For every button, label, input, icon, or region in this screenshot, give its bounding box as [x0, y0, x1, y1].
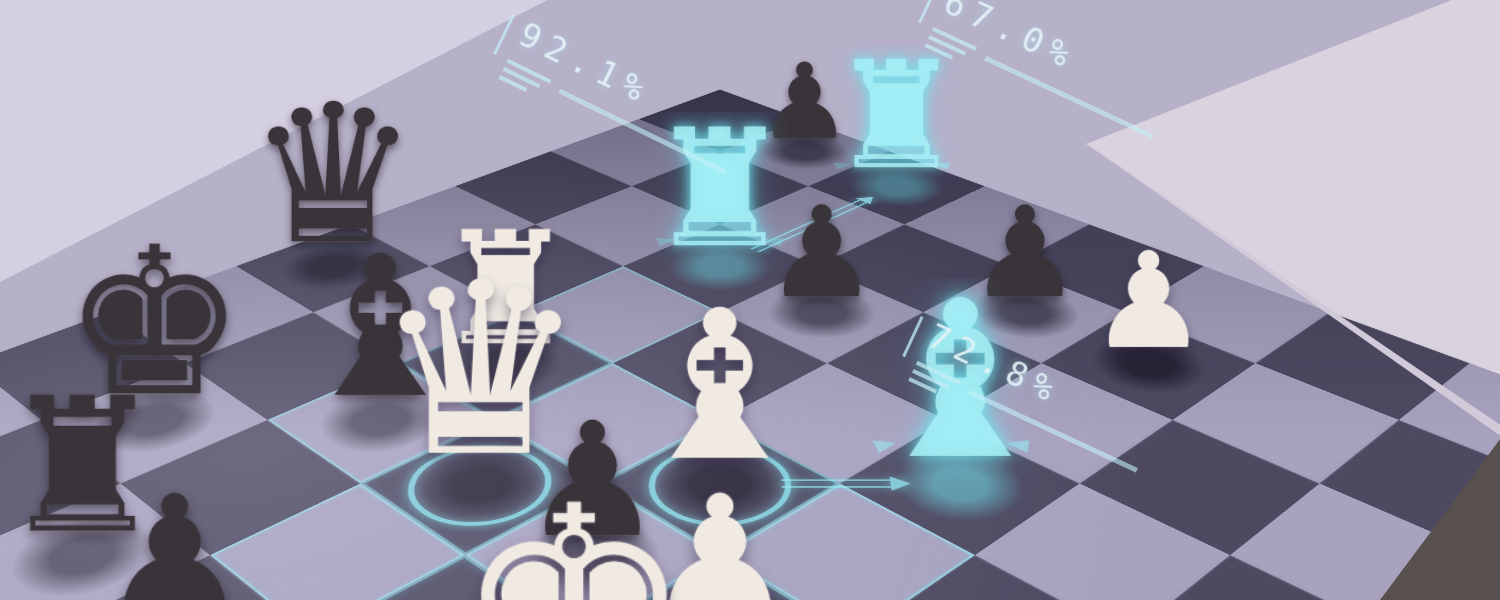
- stat-tick-line: [918, 0, 939, 23]
- chess-analysis-scene: ♟♜♟♟♜♟♝♛♜♝♝♛♟♟♚♚♜♟ 92.1% 67.0% 72.8%: [0, 0, 1500, 600]
- piece-white-king-f2[interactable]: ♚: [186, 478, 961, 600]
